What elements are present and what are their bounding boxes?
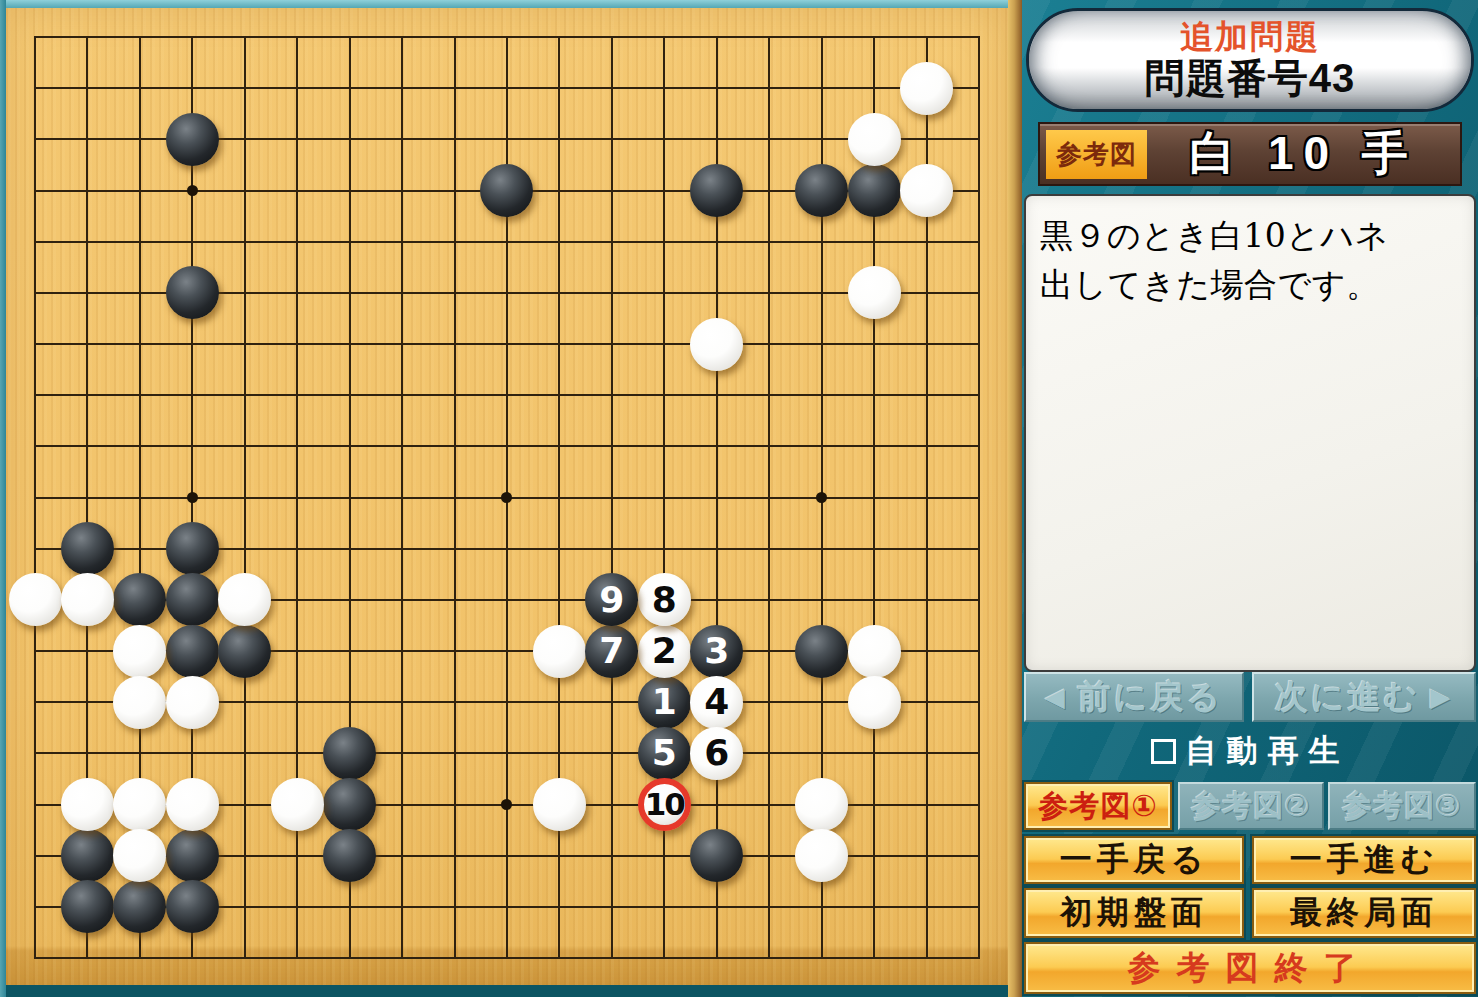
stone-black: [323, 727, 376, 780]
back-one-move-label: 一手戻る: [1060, 838, 1209, 882]
move-number: 10: [645, 789, 684, 820]
move-number: 2: [652, 633, 677, 669]
move-number: 8: [652, 582, 677, 618]
move-stone-4: 4: [690, 676, 743, 729]
description-panel: 黒９のとき白10とハネ 出してきた場合です。: [1024, 194, 1476, 672]
stone-black: [113, 880, 166, 933]
stone-black: [795, 164, 848, 217]
grid-line-horizontal: [34, 752, 980, 754]
final-position-label: 最終局面: [1290, 891, 1438, 935]
stone-black: [113, 573, 166, 626]
stone-black: [480, 164, 533, 217]
stone-black: [848, 164, 901, 217]
stone-black: [166, 573, 219, 626]
reference-label-badge: 参考図: [1046, 130, 1147, 179]
stone-black: [166, 113, 219, 166]
board-sidebar-divider: [1008, 0, 1022, 997]
stone-black: [795, 625, 848, 678]
tab-reference-1-label: 参考図①: [1038, 786, 1157, 827]
stone-white: [61, 778, 114, 831]
move-stone-1: 1: [638, 676, 691, 729]
stone-black: [323, 778, 376, 831]
initial-board-button[interactable]: 初期盤面: [1024, 888, 1244, 938]
stone-white: [848, 266, 901, 319]
next-button[interactable]: 次に進む ▶: [1252, 672, 1476, 722]
stone-black: [166, 880, 219, 933]
move-stone-7: 7: [585, 625, 638, 678]
tab-reference-1[interactable]: 参考図①: [1024, 782, 1172, 830]
move-stone-2: 2: [638, 625, 691, 678]
move-number: 4: [704, 684, 729, 720]
stone-white: [218, 573, 271, 626]
stone-black: [166, 522, 219, 575]
stone-white: [166, 676, 219, 729]
tab-reference-2[interactable]: 参考図②: [1178, 782, 1324, 830]
star-point: [187, 492, 198, 503]
problem-title: 問題番号43: [1145, 55, 1356, 101]
stone-white: [533, 778, 586, 831]
star-point: [816, 492, 827, 503]
sidebar: 追加問題 問題番号43 参考図 白 10 手 黒９のとき白10とハネ 出してきた…: [1022, 0, 1478, 997]
move-stone-6: 6: [690, 727, 743, 780]
stone-white: [848, 676, 901, 729]
stone-white: [271, 778, 324, 831]
move-stone-8: 8: [638, 573, 691, 626]
stone-black: [323, 829, 376, 882]
final-position-button[interactable]: 最終局面: [1252, 888, 1476, 938]
reference-bar: 参考図 白 10 手: [1038, 122, 1462, 186]
prev-button[interactable]: ◀ 前に戻る: [1024, 672, 1244, 722]
stone-white: [9, 573, 62, 626]
stone-white: [166, 778, 219, 831]
move-number: 7: [599, 633, 624, 669]
end-reference-label: 参考図終了: [1128, 946, 1373, 991]
move-stone-3: 3: [690, 625, 743, 678]
forward-one-move-button[interactable]: 一手進む: [1252, 836, 1476, 884]
prev-arrow-icon: ◀: [1045, 682, 1068, 713]
grid-line-vertical: [768, 36, 770, 959]
description-line-2: 出してきた場合です。: [1040, 261, 1460, 310]
move-number: 5: [652, 735, 677, 771]
go-board-area: 12345678910: [0, 0, 1010, 997]
stone-white: [848, 113, 901, 166]
stone-white: [900, 164, 953, 217]
stone-black: [690, 829, 743, 882]
move-number: 3: [704, 633, 729, 669]
stone-white: [113, 625, 166, 678]
next-arrow-icon: ▶: [1430, 682, 1453, 713]
problem-header: 追加問題 問題番号43: [1026, 8, 1474, 112]
tab-reference-3[interactable]: 参考図③: [1328, 782, 1476, 830]
app-window: 12345678910 追加問題 問題番号43 参考図 白 10 手 黒９のとき…: [0, 0, 1478, 997]
move-number: 6: [704, 735, 729, 771]
stone-black: [690, 164, 743, 217]
stone-white: [795, 829, 848, 882]
stone-white: [848, 625, 901, 678]
stone-white: [795, 778, 848, 831]
move-stone-10: 10: [638, 778, 691, 831]
autoplay-label: 自動再生: [1186, 730, 1350, 772]
stone-white: [533, 625, 586, 678]
move-number: 9: [599, 582, 624, 618]
autoplay-row: 自動再生: [1022, 730, 1478, 772]
stone-white: [113, 829, 166, 882]
stone-black: [61, 522, 114, 575]
stone-black: [61, 829, 114, 882]
stone-white: [113, 778, 166, 831]
tab-reference-2-label: 参考図②: [1191, 786, 1310, 827]
description-line-1: 黒９のとき白10とハネ: [1040, 212, 1460, 261]
stone-black: [166, 266, 219, 319]
back-one-move-button[interactable]: 一手戻る: [1024, 836, 1244, 884]
stone-black: [166, 625, 219, 678]
forward-one-move-label: 一手進む: [1290, 838, 1439, 882]
star-point: [187, 185, 198, 196]
stone-white: [690, 318, 743, 371]
star-point: [501, 492, 512, 503]
go-board[interactable]: 12345678910: [0, 0, 1010, 997]
move-stone-5: 5: [638, 727, 691, 780]
initial-board-label: 初期盤面: [1060, 891, 1208, 935]
move-number: 1: [652, 684, 677, 720]
end-reference-button[interactable]: 参考図終了: [1024, 942, 1476, 994]
stone-white: [900, 62, 953, 115]
grid-line-horizontal: [34, 957, 980, 959]
autoplay-checkbox[interactable]: [1151, 739, 1176, 764]
problem-subtitle: 追加問題: [1180, 19, 1320, 55]
grid-line-vertical: [978, 36, 980, 959]
stone-black: [166, 829, 219, 882]
reference-move-count: 白 10 手: [1147, 123, 1460, 185]
move-stone-9: 9: [585, 573, 638, 626]
stone-black: [218, 625, 271, 678]
grid-line-vertical: [611, 36, 613, 959]
next-button-label: 次に進む: [1275, 675, 1421, 720]
stone-black: [61, 880, 114, 933]
stone-white: [113, 676, 166, 729]
prev-button-label: 前に戻る: [1078, 675, 1224, 720]
stone-white: [61, 573, 114, 626]
tab-reference-3-label: 参考図③: [1342, 786, 1461, 827]
star-point: [501, 799, 512, 810]
